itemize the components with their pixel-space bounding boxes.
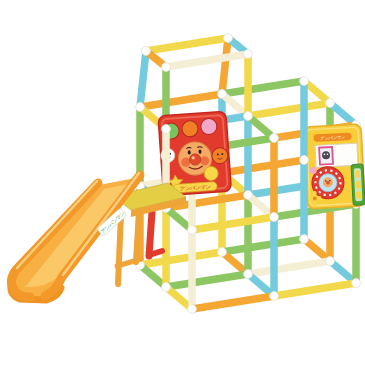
frame-joint bbox=[270, 213, 279, 222]
frame-pipe bbox=[248, 116, 274, 138]
frame-joint bbox=[352, 279, 361, 288]
product-photo: アンパンマン アンパンマン bbox=[0, 0, 365, 365]
frame-joint bbox=[218, 90, 227, 99]
yellow-button bbox=[204, 166, 219, 181]
pipe-over-yellow-panel bbox=[300, 77, 309, 244]
frame-pipe bbox=[192, 217, 274, 230]
frame-pipe bbox=[166, 54, 248, 67]
frame-pipe bbox=[222, 160, 304, 173]
side-character-button bbox=[211, 147, 228, 164]
frame-pipe bbox=[166, 287, 192, 309]
frame-joint bbox=[270, 134, 279, 143]
orange-button bbox=[181, 120, 198, 137]
frame-pipe bbox=[304, 239, 330, 261]
frame-pipe bbox=[330, 103, 356, 125]
red-mounting-bracket bbox=[149, 212, 162, 256]
frame-pipe bbox=[330, 261, 356, 283]
frame-joint bbox=[162, 63, 171, 72]
frame-joint bbox=[300, 235, 309, 244]
bead-slider bbox=[351, 164, 365, 206]
frame-pipe bbox=[166, 274, 248, 287]
frame-joint bbox=[300, 77, 309, 86]
yellow-activity-panel: アンパンマン bbox=[303, 124, 365, 209]
frame-joint bbox=[162, 125, 171, 134]
frame-joint bbox=[270, 292, 279, 301]
frame-pipe bbox=[222, 239, 304, 252]
platform-leg bbox=[118, 214, 121, 284]
frame-pipe bbox=[140, 94, 222, 107]
frame-joint bbox=[300, 156, 309, 165]
frame-joint bbox=[162, 283, 171, 292]
frame-pipe bbox=[222, 38, 228, 94]
frame-pipe bbox=[248, 261, 330, 274]
frame-pipe bbox=[274, 283, 356, 296]
frame-pipe bbox=[192, 296, 274, 309]
frame-pipe bbox=[146, 38, 228, 51]
frame-joint bbox=[326, 99, 335, 108]
frame-pipe bbox=[140, 265, 166, 287]
picture-window bbox=[315, 143, 358, 167]
frame-pipe bbox=[248, 103, 330, 116]
frame-joint bbox=[136, 103, 145, 112]
toy-climbing-gym-illustration: アンパンマン アンパンマン bbox=[0, 0, 365, 365]
frame-joint bbox=[244, 112, 253, 121]
frame-pipe bbox=[248, 195, 274, 217]
frame-joint bbox=[244, 191, 253, 200]
frame-pipe bbox=[140, 51, 146, 107]
frame-joint bbox=[244, 270, 253, 279]
frame-pipe bbox=[304, 81, 330, 103]
frame-joint bbox=[188, 305, 197, 314]
frame-pipe bbox=[222, 252, 248, 274]
frame-pipe bbox=[248, 274, 274, 296]
frame-pipe bbox=[222, 81, 304, 94]
frame-joint bbox=[326, 257, 335, 266]
frame-joint bbox=[224, 34, 233, 43]
frame-pipe bbox=[166, 208, 192, 230]
frame-joint bbox=[142, 47, 151, 56]
pink-button bbox=[200, 118, 217, 135]
frame-pipe bbox=[222, 94, 248, 116]
frame-joint bbox=[188, 226, 197, 235]
platform-leg bbox=[136, 210, 139, 262]
frame-joint bbox=[244, 50, 253, 59]
frame-joint bbox=[218, 248, 227, 257]
